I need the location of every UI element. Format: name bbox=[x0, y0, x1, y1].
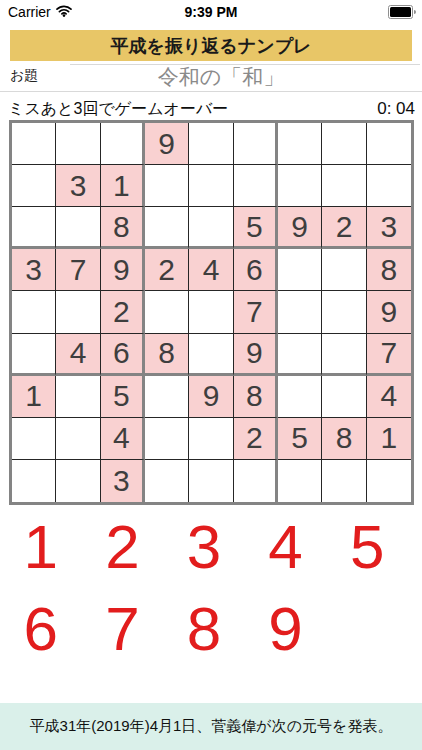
sudoku-cell-r9c5[interactable] bbox=[189, 460, 233, 502]
sudoku-cell-r5c7[interactable] bbox=[278, 291, 322, 333]
sudoku-cell-r2c4[interactable] bbox=[145, 165, 189, 207]
sudoku-cell-r6c4[interactable]: 8 bbox=[145, 334, 189, 376]
sudoku-cell-r7c1[interactable]: 1 bbox=[12, 376, 56, 418]
numpad-digit-1[interactable]: 1 bbox=[24, 516, 58, 578]
sudoku-cell-r7c2[interactable] bbox=[56, 376, 100, 418]
numpad-digit-5[interactable]: 5 bbox=[350, 516, 384, 578]
number-pad: 123456789 bbox=[0, 506, 408, 670]
sudoku-cell-r8c8[interactable]: 8 bbox=[322, 418, 366, 460]
trivia-footer: 平成31年(2019年)4月1日、菅義偉が次の元号を発表。 bbox=[0, 703, 422, 750]
numpad-digit-7[interactable]: 7 bbox=[105, 598, 139, 660]
sudoku-cell-r5c6[interactable]: 7 bbox=[234, 291, 278, 333]
sudoku-cell-r1c7[interactable] bbox=[278, 123, 322, 165]
sudoku-cell-r7c6[interactable]: 8 bbox=[234, 376, 278, 418]
sudoku-cell-r1c3[interactable] bbox=[101, 123, 145, 165]
sudoku-cell-r2c9[interactable] bbox=[367, 165, 411, 207]
sudoku-cell-r2c3[interactable]: 1 bbox=[101, 165, 145, 207]
sudoku-cell-r6c1[interactable] bbox=[12, 334, 56, 376]
sudoku-cell-r3c8[interactable]: 2 bbox=[322, 207, 366, 249]
mistakes-remaining-text: ミスあと3回でゲームオーバー bbox=[8, 99, 228, 120]
sudoku-cell-r4c9[interactable]: 8 bbox=[367, 249, 411, 291]
sudoku-cell-r6c3[interactable]: 6 bbox=[101, 334, 145, 376]
sudoku-cell-r2c5[interactable] bbox=[189, 165, 233, 207]
sudoku-cell-r3c5[interactable] bbox=[189, 207, 233, 249]
sudoku-cell-r9c4[interactable] bbox=[145, 460, 189, 502]
sudoku-cell-r9c9[interactable] bbox=[367, 460, 411, 502]
sudoku-cell-r9c8[interactable] bbox=[322, 460, 366, 502]
sudoku-cell-r1c6[interactable] bbox=[234, 123, 278, 165]
status-bar: Carrier 9:39 PM bbox=[0, 0, 422, 24]
sudoku-cell-r4c5[interactable]: 4 bbox=[189, 249, 233, 291]
sudoku-cell-r8c2[interactable] bbox=[56, 418, 100, 460]
sudoku-cell-r3c4[interactable] bbox=[145, 207, 189, 249]
sudoku-cell-r1c9[interactable] bbox=[367, 123, 411, 165]
sudoku-cell-r6c9[interactable]: 7 bbox=[367, 334, 411, 376]
sudoku-cell-r4c3[interactable]: 9 bbox=[101, 249, 145, 291]
sudoku-cell-r7c9[interactable]: 4 bbox=[367, 376, 411, 418]
numpad-digit-8[interactable]: 8 bbox=[187, 598, 221, 660]
sudoku-cell-r5c2[interactable] bbox=[56, 291, 100, 333]
sudoku-cell-r1c1[interactable] bbox=[12, 123, 56, 165]
sudoku-cell-r5c3[interactable]: 2 bbox=[101, 291, 145, 333]
trivia-text: 平成31年(2019年)4月1日、菅義偉が次の元号を発表。 bbox=[30, 717, 393, 736]
sudoku-cell-r7c5[interactable]: 9 bbox=[189, 376, 233, 418]
sudoku-grid: 9318592337924682794689715984425813 bbox=[9, 120, 414, 505]
sudoku-cell-r9c2[interactable] bbox=[56, 460, 100, 502]
sudoku-cell-r7c3[interactable]: 5 bbox=[101, 376, 145, 418]
sudoku-cell-r5c4[interactable] bbox=[145, 291, 189, 333]
sudoku-cell-r8c6[interactable]: 2 bbox=[234, 418, 278, 460]
sudoku-cell-r1c5[interactable] bbox=[189, 123, 233, 165]
sudoku-cell-r3c1[interactable] bbox=[12, 207, 56, 249]
sudoku-cell-r8c7[interactable]: 5 bbox=[278, 418, 322, 460]
sudoku-cell-r9c1[interactable] bbox=[12, 460, 56, 502]
sudoku-cell-r9c6[interactable] bbox=[234, 460, 278, 502]
sudoku-cell-r3c6[interactable]: 5 bbox=[234, 207, 278, 249]
sudoku-cell-r6c6[interactable]: 9 bbox=[234, 334, 278, 376]
sudoku-cell-r3c3[interactable]: 8 bbox=[101, 207, 145, 249]
numpad-digit-3[interactable]: 3 bbox=[187, 516, 221, 578]
sudoku-cell-r1c2[interactable] bbox=[56, 123, 100, 165]
app-screen: Carrier 9:39 PM 平成を振り返るナンプレ お題 令和の「和」 bbox=[0, 0, 422, 750]
sudoku-cell-r8c3[interactable]: 4 bbox=[101, 418, 145, 460]
theme-value: 令和の「和」 bbox=[30, 63, 412, 91]
sudoku-cell-r8c4[interactable] bbox=[145, 418, 189, 460]
sudoku-cell-r2c6[interactable] bbox=[234, 165, 278, 207]
numpad-digit-2[interactable]: 2 bbox=[105, 516, 139, 578]
sudoku-cell-r2c7[interactable] bbox=[278, 165, 322, 207]
sudoku-cell-r8c5[interactable] bbox=[189, 418, 233, 460]
sudoku-cell-r1c8[interactable] bbox=[322, 123, 366, 165]
sudoku-cell-r8c1[interactable] bbox=[12, 418, 56, 460]
sudoku-cell-r7c4[interactable] bbox=[145, 376, 189, 418]
sudoku-cell-r2c8[interactable] bbox=[322, 165, 366, 207]
sudoku-cell-r6c7[interactable] bbox=[278, 334, 322, 376]
sudoku-cell-r7c8[interactable] bbox=[322, 376, 366, 418]
sudoku-cell-r5c9[interactable]: 9 bbox=[367, 291, 411, 333]
battery-icon bbox=[388, 5, 416, 19]
clock-time: 9:39 PM bbox=[0, 4, 422, 20]
sudoku-cell-r6c5[interactable] bbox=[189, 334, 233, 376]
sudoku-cell-r2c2[interactable]: 3 bbox=[56, 165, 100, 207]
sudoku-cell-r9c7[interactable] bbox=[278, 460, 322, 502]
sudoku-cell-r3c2[interactable] bbox=[56, 207, 100, 249]
sudoku-cell-r9c3[interactable]: 3 bbox=[101, 460, 145, 502]
sudoku-cell-r4c7[interactable] bbox=[278, 249, 322, 291]
sudoku-cell-r8c9[interactable]: 1 bbox=[367, 418, 411, 460]
sudoku-cell-r4c2[interactable]: 7 bbox=[56, 249, 100, 291]
sudoku-cell-r2c1[interactable] bbox=[12, 165, 56, 207]
sudoku-cell-r7c7[interactable] bbox=[278, 376, 322, 418]
app-title-banner: 平成を振り返るナンプレ bbox=[10, 30, 412, 61]
numpad-digit-9[interactable]: 9 bbox=[268, 598, 302, 660]
game-status-line: ミスあと3回でゲームオーバー 0: 04 bbox=[8, 99, 415, 120]
sudoku-cell-r5c1[interactable] bbox=[12, 291, 56, 333]
sudoku-cell-r4c8[interactable] bbox=[322, 249, 366, 291]
app-title: 平成を振り返るナンプレ bbox=[111, 34, 312, 58]
game-timer: 0: 04 bbox=[377, 99, 415, 119]
numpad-digit-4[interactable]: 4 bbox=[268, 516, 302, 578]
sudoku-cell-r4c6[interactable]: 6 bbox=[234, 249, 278, 291]
sudoku-cell-r3c7[interactable]: 9 bbox=[278, 207, 322, 249]
sudoku-cell-r5c5[interactable] bbox=[189, 291, 233, 333]
sudoku-cell-r6c2[interactable]: 4 bbox=[56, 334, 100, 376]
theme-field-divider-bottom bbox=[0, 91, 422, 92]
sudoku-cell-r5c8[interactable] bbox=[322, 291, 366, 333]
sudoku-cell-r4c1[interactable]: 3 bbox=[12, 249, 56, 291]
numpad-digit-6[interactable]: 6 bbox=[24, 598, 58, 660]
sudoku-cell-r4c4[interactable]: 2 bbox=[145, 249, 189, 291]
sudoku-cell-r1c4[interactable]: 9 bbox=[145, 123, 189, 165]
sudoku-cell-r6c8[interactable] bbox=[322, 334, 366, 376]
sudoku-cell-r3c9[interactable]: 3 bbox=[367, 207, 411, 249]
